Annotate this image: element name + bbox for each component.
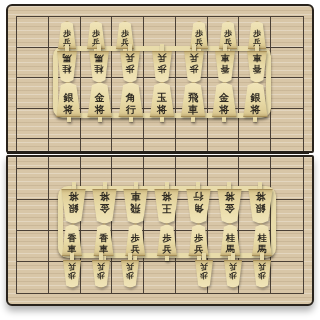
board-cell bbox=[81, 109, 113, 140]
board-fold-hinge bbox=[7, 151, 309, 154]
board-top-panel bbox=[6, 4, 314, 153]
board-cell bbox=[176, 169, 208, 200]
board-cell bbox=[49, 109, 81, 140]
board-cell bbox=[112, 262, 144, 293]
board-cell bbox=[49, 48, 81, 79]
board-cell bbox=[176, 48, 208, 79]
board-grid-top bbox=[16, 16, 304, 151]
board-cell bbox=[208, 78, 240, 109]
board-cell bbox=[112, 169, 144, 200]
board-cell bbox=[239, 262, 271, 293]
board-cell bbox=[208, 109, 240, 140]
board-cell bbox=[17, 109, 49, 140]
board-cell bbox=[49, 17, 81, 48]
board-cell bbox=[49, 231, 81, 262]
board-cell bbox=[208, 139, 240, 151]
board-bottom-panel bbox=[6, 155, 314, 306]
shogi-board bbox=[6, 4, 314, 308]
board-cell bbox=[49, 78, 81, 109]
product-photo-shogi-set: { "game": "shogi", "scene": "Folding mag… bbox=[0, 0, 320, 320]
board-cell bbox=[17, 157, 49, 169]
board-cell bbox=[144, 109, 176, 140]
board-cell bbox=[112, 231, 144, 262]
board-cell bbox=[17, 200, 49, 231]
board-cell bbox=[239, 139, 271, 151]
board-cell bbox=[239, 109, 271, 140]
board-cell bbox=[81, 78, 113, 109]
board-cell bbox=[17, 78, 49, 109]
board-cell bbox=[239, 48, 271, 79]
board-grid-bottom bbox=[16, 157, 304, 294]
board-cell bbox=[271, 169, 303, 200]
board-cell bbox=[271, 157, 303, 169]
board-cell bbox=[17, 139, 49, 151]
board-cell bbox=[144, 157, 176, 169]
board-cell bbox=[176, 262, 208, 293]
board-cell bbox=[17, 17, 49, 48]
board-cell bbox=[81, 157, 113, 169]
board-cell bbox=[144, 262, 176, 293]
board-cell bbox=[176, 231, 208, 262]
board-cell bbox=[271, 17, 303, 48]
board-cell bbox=[144, 169, 176, 200]
board-cell bbox=[17, 169, 49, 200]
board-cell bbox=[239, 157, 271, 169]
board-cell bbox=[208, 17, 240, 48]
board-cell bbox=[271, 139, 303, 151]
board-cell bbox=[208, 200, 240, 231]
board-cell bbox=[271, 200, 303, 231]
board-cell bbox=[144, 78, 176, 109]
board-cell bbox=[49, 169, 81, 200]
board-cell bbox=[176, 17, 208, 48]
board-cell bbox=[49, 157, 81, 169]
board-cell bbox=[176, 139, 208, 151]
board-cell bbox=[271, 109, 303, 140]
board-cell bbox=[176, 109, 208, 140]
board-cell bbox=[81, 262, 113, 293]
board-cell bbox=[176, 157, 208, 169]
board-cell bbox=[176, 78, 208, 109]
board-cell bbox=[17, 48, 49, 79]
board-cell bbox=[239, 17, 271, 48]
board-cell bbox=[112, 139, 144, 151]
board-cell bbox=[81, 169, 113, 200]
board-cell bbox=[112, 109, 144, 140]
board-cell bbox=[239, 200, 271, 231]
board-cell bbox=[208, 169, 240, 200]
board-cell bbox=[144, 17, 176, 48]
board-cell bbox=[81, 231, 113, 262]
board-cell bbox=[208, 262, 240, 293]
board-cell bbox=[112, 157, 144, 169]
board-cell bbox=[271, 78, 303, 109]
board-cell bbox=[271, 48, 303, 79]
board-cell bbox=[81, 48, 113, 79]
board-cell bbox=[112, 48, 144, 79]
board-cell bbox=[239, 78, 271, 109]
board-cell bbox=[176, 200, 208, 231]
board-cell bbox=[81, 200, 113, 231]
board-cell bbox=[81, 17, 113, 48]
board-cell bbox=[144, 139, 176, 151]
board-cell bbox=[112, 17, 144, 48]
board-cell bbox=[112, 200, 144, 231]
board-cell bbox=[208, 231, 240, 262]
board-cell bbox=[144, 200, 176, 231]
board-cell bbox=[17, 231, 49, 262]
board-cell bbox=[208, 157, 240, 169]
board-cell bbox=[208, 48, 240, 79]
board-cell bbox=[271, 262, 303, 293]
board-cell bbox=[49, 262, 81, 293]
board-cell bbox=[271, 231, 303, 262]
board-cell bbox=[49, 200, 81, 231]
board-cell bbox=[112, 78, 144, 109]
board-cell bbox=[49, 139, 81, 151]
board-cell bbox=[81, 139, 113, 151]
board-cell bbox=[239, 169, 271, 200]
board-cell bbox=[144, 231, 176, 262]
board-cell bbox=[17, 262, 49, 293]
board-cell bbox=[239, 231, 271, 262]
board-cell bbox=[144, 48, 176, 79]
